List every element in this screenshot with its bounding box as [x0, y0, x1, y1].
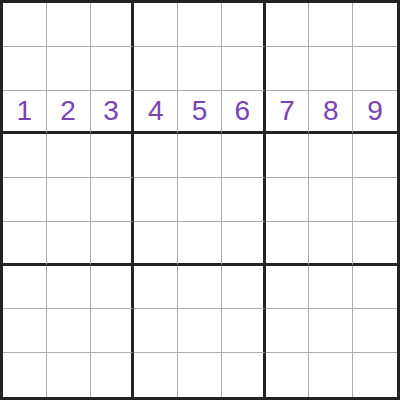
cell-r1c4[interactable] — [134, 3, 178, 47]
cell-r5c4[interactable] — [134, 178, 178, 222]
cell-r8c8[interactable] — [309, 309, 353, 353]
cell-r6c8[interactable] — [309, 222, 353, 266]
cell-r9c9[interactable] — [353, 353, 397, 397]
cell-r3c4[interactable]: 4 — [134, 91, 178, 135]
cell-r6c1[interactable] — [3, 222, 47, 266]
cell-r8c1[interactable] — [3, 309, 47, 353]
cell-r2c7[interactable] — [266, 47, 310, 91]
cell-r7c4[interactable] — [134, 266, 178, 310]
cell-r3c6[interactable]: 6 — [222, 91, 266, 135]
cell-r7c2[interactable] — [47, 266, 91, 310]
cell-r5c5[interactable] — [178, 178, 222, 222]
cell-r5c9[interactable] — [353, 178, 397, 222]
cell-r9c5[interactable] — [178, 353, 222, 397]
cell-r4c4[interactable] — [134, 134, 178, 178]
cell-r9c1[interactable] — [3, 353, 47, 397]
cell-r1c3[interactable] — [91, 3, 135, 47]
cell-r7c5[interactable] — [178, 266, 222, 310]
cell-r4c3[interactable] — [91, 134, 135, 178]
sudoku-board: 123456789 — [0, 0, 400, 400]
cell-r8c5[interactable] — [178, 309, 222, 353]
cell-r3c3[interactable]: 3 — [91, 91, 135, 135]
cell-r1c6[interactable] — [222, 3, 266, 47]
cell-r8c3[interactable] — [91, 309, 135, 353]
cell-r4c7[interactable] — [266, 134, 310, 178]
cell-r5c6[interactable] — [222, 178, 266, 222]
cell-r7c7[interactable] — [266, 266, 310, 310]
cell-r2c8[interactable] — [309, 47, 353, 91]
cell-r4c8[interactable] — [309, 134, 353, 178]
cell-r9c3[interactable] — [91, 353, 135, 397]
cell-r7c3[interactable] — [91, 266, 135, 310]
cell-r2c4[interactable] — [134, 47, 178, 91]
cell-r8c2[interactable] — [47, 309, 91, 353]
cell-r7c8[interactable] — [309, 266, 353, 310]
cell-r4c1[interactable] — [3, 134, 47, 178]
cell-r8c9[interactable] — [353, 309, 397, 353]
cell-r2c2[interactable] — [47, 47, 91, 91]
cell-r6c7[interactable] — [266, 222, 310, 266]
cell-r6c4[interactable] — [134, 222, 178, 266]
cell-r4c6[interactable] — [222, 134, 266, 178]
cell-r5c3[interactable] — [91, 178, 135, 222]
cell-r6c2[interactable] — [47, 222, 91, 266]
cell-r8c4[interactable] — [134, 309, 178, 353]
cell-r2c3[interactable] — [91, 47, 135, 91]
cell-r9c6[interactable] — [222, 353, 266, 397]
cell-r7c6[interactable] — [222, 266, 266, 310]
cell-r7c1[interactable] — [3, 266, 47, 310]
cell-r1c7[interactable] — [266, 3, 310, 47]
cell-r4c5[interactable] — [178, 134, 222, 178]
cell-r5c2[interactable] — [47, 178, 91, 222]
cell-r3c5[interactable]: 5 — [178, 91, 222, 135]
cell-r6c6[interactable] — [222, 222, 266, 266]
cell-r6c5[interactable] — [178, 222, 222, 266]
cell-r4c2[interactable] — [47, 134, 91, 178]
cell-r3c8[interactable]: 8 — [309, 91, 353, 135]
cell-r2c6[interactable] — [222, 47, 266, 91]
cell-r1c9[interactable] — [353, 3, 397, 47]
cell-r2c5[interactable] — [178, 47, 222, 91]
cell-r9c8[interactable] — [309, 353, 353, 397]
cell-r5c7[interactable] — [266, 178, 310, 222]
cell-r9c4[interactable] — [134, 353, 178, 397]
cell-r8c6[interactable] — [222, 309, 266, 353]
cell-r6c9[interactable] — [353, 222, 397, 266]
cell-r3c2[interactable]: 2 — [47, 91, 91, 135]
cell-r8c7[interactable] — [266, 309, 310, 353]
cell-r4c9[interactable] — [353, 134, 397, 178]
cell-r2c1[interactable] — [3, 47, 47, 91]
cell-r7c9[interactable] — [353, 266, 397, 310]
cell-r9c7[interactable] — [266, 353, 310, 397]
cell-r6c3[interactable] — [91, 222, 135, 266]
cell-r9c2[interactable] — [47, 353, 91, 397]
cell-r1c2[interactable] — [47, 3, 91, 47]
cell-r5c1[interactable] — [3, 178, 47, 222]
cell-r3c1[interactable]: 1 — [3, 91, 47, 135]
cell-r1c1[interactable] — [3, 3, 47, 47]
cell-r5c8[interactable] — [309, 178, 353, 222]
cell-r1c5[interactable] — [178, 3, 222, 47]
cell-r1c8[interactable] — [309, 3, 353, 47]
cell-r2c9[interactable] — [353, 47, 397, 91]
cell-r3c9[interactable]: 9 — [353, 91, 397, 135]
cell-r3c7[interactable]: 7 — [266, 91, 310, 135]
